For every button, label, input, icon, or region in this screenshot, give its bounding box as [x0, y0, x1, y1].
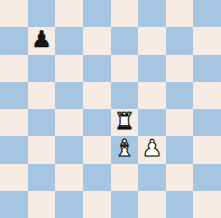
square-e1[interactable]	[111, 191, 139, 218]
square-d5[interactable]	[83, 82, 111, 109]
chess-board: ♟♜♝♟	[0, 0, 221, 218]
square-b5[interactable]	[28, 82, 56, 109]
square-f2[interactable]	[138, 164, 166, 191]
square-a8[interactable]	[0, 0, 28, 27]
square-c8[interactable]	[55, 0, 83, 27]
square-d3[interactable]	[83, 136, 111, 163]
square-b3[interactable]	[28, 136, 56, 163]
square-a5[interactable]	[0, 82, 28, 109]
white-pawn-piece: ♟	[142, 137, 163, 160]
square-g8[interactable]	[166, 0, 194, 27]
square-a2[interactable]	[0, 164, 28, 191]
square-f1[interactable]	[138, 191, 166, 218]
square-h2[interactable]	[193, 164, 221, 191]
square-e3[interactable]: ♝	[111, 136, 139, 163]
square-g5[interactable]	[166, 82, 194, 109]
square-h3[interactable]	[193, 136, 221, 163]
square-c1[interactable]	[55, 191, 83, 218]
square-d7[interactable]	[83, 27, 111, 54]
white-rook-piece: ♜	[114, 110, 135, 133]
square-c7[interactable]	[55, 27, 83, 54]
square-h8[interactable]	[193, 0, 221, 27]
square-c5[interactable]	[55, 82, 83, 109]
square-e2[interactable]	[111, 164, 139, 191]
square-f4[interactable]	[138, 109, 166, 136]
square-h4[interactable]	[193, 109, 221, 136]
square-e5[interactable]	[111, 82, 139, 109]
square-e6[interactable]	[111, 55, 139, 82]
square-b4[interactable]	[28, 109, 56, 136]
square-g2[interactable]	[166, 164, 194, 191]
square-b7[interactable]: ♟	[28, 27, 56, 54]
square-c6[interactable]	[55, 55, 83, 82]
square-h5[interactable]	[193, 82, 221, 109]
white-bishop-piece: ♝	[114, 137, 135, 160]
square-b6[interactable]	[28, 55, 56, 82]
square-e4[interactable]: ♜	[111, 109, 139, 136]
chess-board-container: ♟♜♝♟	[0, 0, 221, 218]
square-d8[interactable]	[83, 0, 111, 27]
square-a7[interactable]	[0, 27, 28, 54]
black-pawn-piece: ♟	[31, 28, 52, 51]
square-g7[interactable]	[166, 27, 194, 54]
square-c3[interactable]	[55, 136, 83, 163]
square-g4[interactable]	[166, 109, 194, 136]
square-b1[interactable]	[28, 191, 56, 218]
square-a4[interactable]	[0, 109, 28, 136]
square-a1[interactable]	[0, 191, 28, 218]
square-a6[interactable]	[0, 55, 28, 82]
square-c2[interactable]	[55, 164, 83, 191]
square-d4[interactable]	[83, 109, 111, 136]
square-g1[interactable]	[166, 191, 194, 218]
square-h7[interactable]	[193, 27, 221, 54]
square-h6[interactable]	[193, 55, 221, 82]
square-h1[interactable]	[193, 191, 221, 218]
square-d2[interactable]	[83, 164, 111, 191]
square-f3[interactable]: ♟	[138, 136, 166, 163]
square-f6[interactable]	[138, 55, 166, 82]
square-d1[interactable]	[83, 191, 111, 218]
square-g3[interactable]	[166, 136, 194, 163]
square-b8[interactable]	[28, 0, 56, 27]
square-c4[interactable]	[55, 109, 83, 136]
square-e8[interactable]	[111, 0, 139, 27]
square-g6[interactable]	[166, 55, 194, 82]
square-a3[interactable]	[0, 136, 28, 163]
square-f7[interactable]	[138, 27, 166, 54]
square-f5[interactable]	[138, 82, 166, 109]
square-b2[interactable]	[28, 164, 56, 191]
square-d6[interactable]	[83, 55, 111, 82]
square-f8[interactable]	[138, 0, 166, 27]
square-e7[interactable]	[111, 27, 139, 54]
